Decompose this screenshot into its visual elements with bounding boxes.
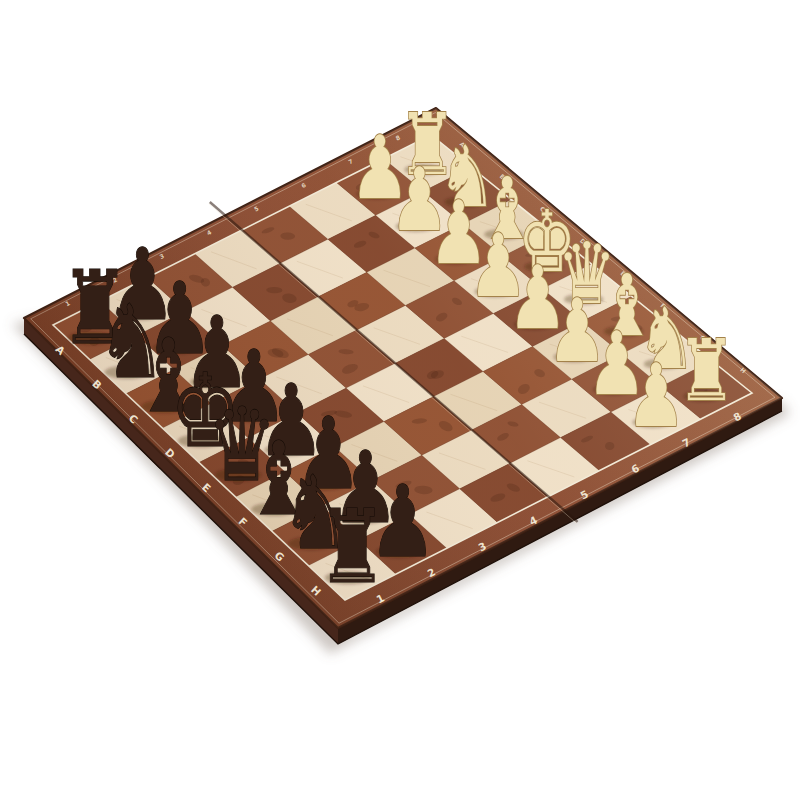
piece-light-pawn-h7: ♟ <box>626 345 686 446</box>
chess-board-photo: AABBCCDDEEFFGGHH1122334455667788♜♟♞♟♝♟♚♟… <box>0 0 800 800</box>
product-photo-canvas: AABBCCDDEEFFGGHH1122334455667788♜♟♞♟♝♟♚♟… <box>0 0 800 800</box>
piece-dark-rook-h1: ♜ <box>317 488 387 606</box>
